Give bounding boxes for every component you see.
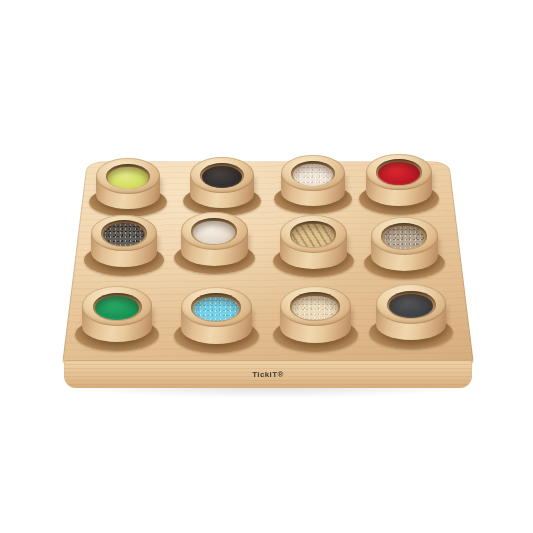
material-red-felt <box>378 162 420 185</box>
material-oatmeal-weave <box>292 296 337 320</box>
cup-red-felt[interactable] <box>366 154 432 207</box>
cup-ridged-wood[interactable] <box>280 215 347 269</box>
cup-white-salt[interactable] <box>281 155 345 206</box>
cup-blue-fleece[interactable] <box>181 287 252 344</box>
cup-dark-slate[interactable] <box>376 284 446 340</box>
material-green-felt <box>95 296 140 320</box>
cup-oatmeal-weave[interactable] <box>280 286 351 343</box>
board-front-edge: TickiT® <box>64 360 472 388</box>
product-photo: TickiT® <box>0 0 533 533</box>
material-blue-fleece <box>193 297 238 321</box>
material-grey-gravel <box>103 223 145 246</box>
cup-charcoal-felt[interactable] <box>190 157 254 208</box>
material-dark-slate <box>389 294 434 318</box>
cup-lime-felt[interactable] <box>96 158 160 209</box>
cup-grey-gravel[interactable] <box>91 215 157 268</box>
material-white-salt <box>293 164 334 186</box>
cup-white-fleece[interactable] <box>181 212 248 266</box>
brand-logo: TickiT® <box>64 370 472 379</box>
cup-green-felt[interactable] <box>82 286 152 342</box>
material-charcoal-felt <box>202 166 243 188</box>
material-lime-felt <box>108 167 149 189</box>
cup-sand-grains[interactable] <box>371 217 438 271</box>
